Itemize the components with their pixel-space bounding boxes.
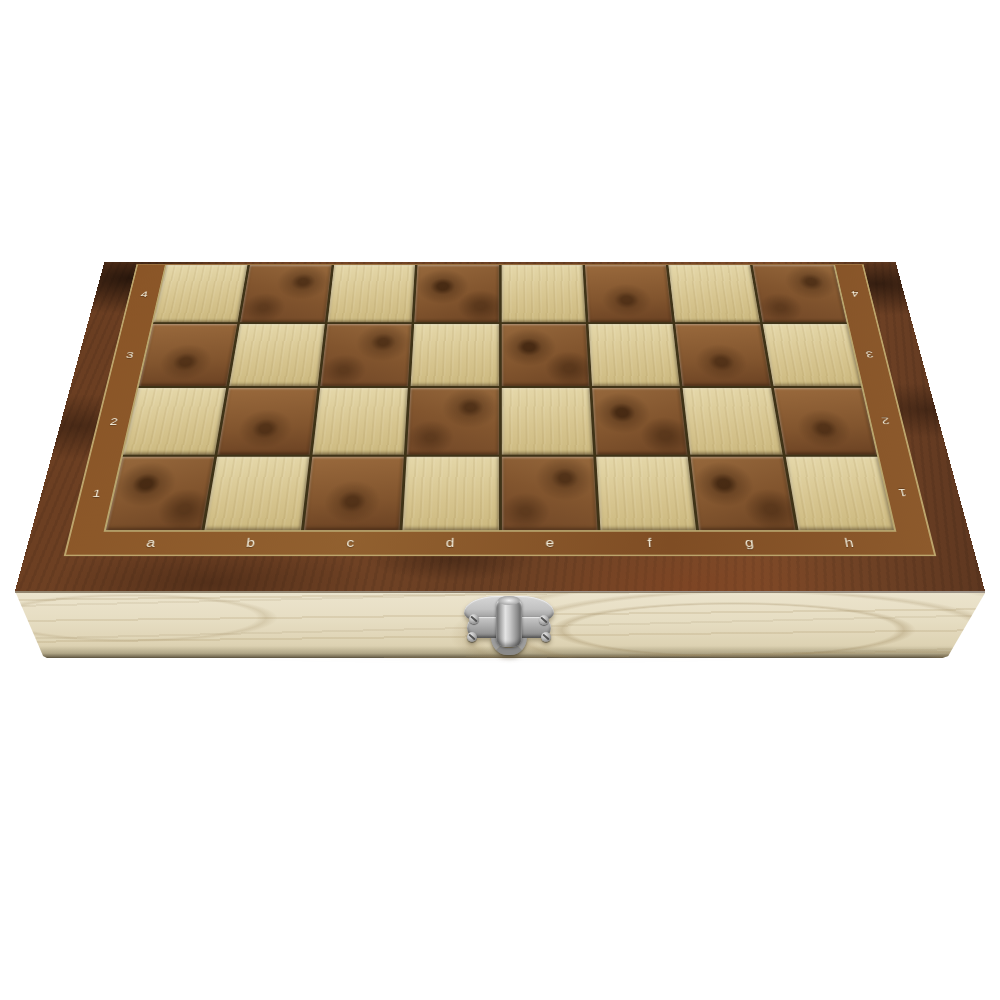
square-g3 bbox=[675, 324, 770, 386]
square-e2 bbox=[501, 388, 593, 455]
latch-screw-2 bbox=[467, 632, 477, 642]
square-g4 bbox=[669, 265, 760, 322]
latch-screw-4 bbox=[541, 632, 551, 642]
coordinate-frame: 4321 4321 abcdefgh bbox=[64, 264, 937, 556]
square-h3 bbox=[762, 324, 861, 386]
rank-label-left-2: 2 bbox=[109, 416, 119, 426]
file-label-g: g bbox=[744, 537, 754, 549]
square-h2 bbox=[773, 388, 876, 455]
square-f3 bbox=[588, 324, 680, 386]
square-d1 bbox=[403, 457, 499, 530]
rank-label-right-2: 2 bbox=[881, 416, 891, 426]
square-d2 bbox=[407, 388, 499, 455]
square-c1 bbox=[304, 457, 404, 530]
square-b3 bbox=[230, 324, 325, 386]
square-g1 bbox=[691, 457, 795, 530]
file-label-h: h bbox=[844, 537, 855, 549]
file-label-a: a bbox=[145, 537, 156, 549]
square-g2 bbox=[683, 388, 783, 455]
square-a2 bbox=[123, 388, 226, 455]
square-a4 bbox=[153, 265, 247, 322]
chessboard-grid bbox=[104, 265, 897, 532]
rank-label-left-1: 1 bbox=[92, 488, 102, 499]
rank-label-right-3: 3 bbox=[865, 350, 874, 359]
square-e1 bbox=[501, 457, 597, 530]
latch-screw-1 bbox=[469, 614, 479, 624]
file-label-f: f bbox=[647, 537, 652, 549]
square-d3 bbox=[411, 324, 499, 386]
latch-screw-3 bbox=[539, 615, 549, 625]
file-label-d: d bbox=[446, 537, 455, 549]
chess-box-photo: 4321 4321 abcdefgh bbox=[0, 0, 1000, 1000]
square-a3 bbox=[139, 324, 238, 386]
square-b2 bbox=[218, 388, 318, 455]
square-f1 bbox=[596, 457, 696, 530]
square-h1 bbox=[785, 457, 894, 530]
rank-label-right-4: 4 bbox=[851, 290, 860, 298]
square-a1 bbox=[106, 457, 215, 530]
rank-label-right-1: 1 bbox=[898, 488, 908, 499]
rank-label-left-3: 3 bbox=[125, 350, 134, 359]
square-e3 bbox=[501, 324, 589, 386]
square-c4 bbox=[327, 265, 415, 322]
file-label-b: b bbox=[245, 537, 255, 549]
file-label-e: e bbox=[545, 537, 554, 549]
rank-label-left-4: 4 bbox=[140, 290, 149, 298]
file-label-c: c bbox=[346, 537, 355, 549]
square-c3 bbox=[320, 324, 412, 386]
square-e4 bbox=[501, 265, 585, 322]
square-b1 bbox=[205, 457, 309, 530]
file-labels-bottom: abcdefgh bbox=[98, 532, 901, 555]
latch-barrel-cap bbox=[498, 596, 520, 605]
square-c2 bbox=[312, 388, 408, 455]
square-d4 bbox=[414, 265, 498, 322]
square-f4 bbox=[585, 265, 673, 322]
box-lid-top-face: 4321 4321 abcdefgh bbox=[15, 262, 985, 591]
square-b4 bbox=[240, 265, 331, 322]
latch bbox=[458, 595, 560, 657]
square-h4 bbox=[752, 265, 846, 322]
square-f2 bbox=[592, 388, 688, 455]
